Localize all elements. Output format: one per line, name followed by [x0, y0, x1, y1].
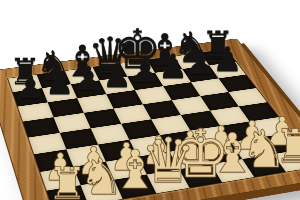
piece-white-rook-a1[interactable]: ♜ — [48, 162, 88, 200]
piece-black-pawn-b7[interactable]: ♟ — [45, 67, 74, 100]
piece-black-pawn-g7[interactable]: ♟ — [185, 46, 215, 80]
chessboard-photo-scene: ♜♞♝♛♚♝♞♜♟♟♟♟♟♟♟♟♟♟♟♟♟♟♟♟♜♞♝♛♚♝♞♜ — [0, 0, 300, 200]
pieces-layer: ♜♞♝♛♚♝♞♜♟♟♟♟♟♟♟♟♟♟♟♟♟♟♟♟♜♞♝♛♚♝♞♜ — [0, 0, 300, 200]
piece-black-pawn-h7[interactable]: ♟ — [212, 43, 242, 77]
piece-black-pawn-e7[interactable]: ♟ — [130, 54, 160, 87]
piece-black-pawn-c7[interactable]: ♟ — [74, 63, 103, 96]
piece-black-pawn-f7[interactable]: ♟ — [158, 50, 188, 84]
piece-black-pawn-a7[interactable]: ♟ — [16, 71, 45, 103]
piece-black-pawn-d7[interactable]: ♟ — [102, 59, 132, 92]
